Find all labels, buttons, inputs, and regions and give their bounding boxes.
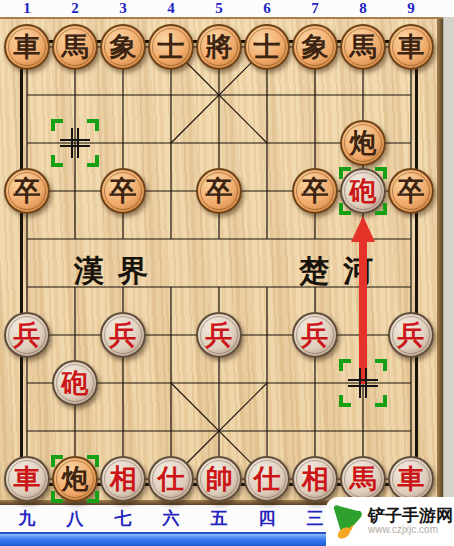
river-label-right: 楚河 <box>299 251 387 292</box>
file-label-bottom-2: 八 <box>67 508 84 530</box>
file-label-top-2: 2 <box>71 0 79 17</box>
file-label-top-9: 9 <box>407 0 415 17</box>
piece-red-soldier[interactable]: 兵 <box>292 312 338 358</box>
piece-red-cannon[interactable]: 砲 <box>52 360 98 406</box>
piece-black-cannon[interactable]: 炮 <box>340 120 386 166</box>
file-label-top-4: 4 <box>167 0 175 17</box>
piece-black-chariot[interactable]: 車 <box>388 24 434 70</box>
top-file-labels-strip: 123456789 <box>0 0 454 17</box>
piece-red-horse[interactable]: 馬 <box>340 456 386 502</box>
file-label-top-3: 3 <box>119 0 127 17</box>
piece-black-soldier[interactable]: 卒 <box>388 168 434 214</box>
piece-red-soldier[interactable]: 兵 <box>100 312 146 358</box>
file-label-top-6: 6 <box>263 0 271 17</box>
file-label-bottom-5: 五 <box>211 508 228 530</box>
watermark-site-url: www.czjxjc.com <box>368 525 453 536</box>
piece-red-general[interactable]: 帥 <box>196 456 242 502</box>
file-label-bottom-6: 四 <box>259 508 276 530</box>
piece-black-soldier[interactable]: 卒 <box>292 168 338 214</box>
right-gutter <box>443 17 454 505</box>
piece-red-chariot[interactable]: 車 <box>4 456 50 502</box>
xiangqi-app-window: 123456789 漢界 楚河 車馬象士將士象馬車炮卒卒卒卒砲卒兵兵兵兵兵砲車炮… <box>0 0 454 546</box>
piece-red-chariot[interactable]: 車 <box>388 456 434 502</box>
file-label-top-5: 5 <box>215 0 223 17</box>
piece-red-advisor[interactable]: 仕 <box>148 456 194 502</box>
piece-black-soldier[interactable]: 卒 <box>100 168 146 214</box>
piece-red-cannon[interactable]: 砲 <box>340 168 386 214</box>
file-label-top-1: 1 <box>23 0 31 17</box>
watermark-site-name: 铲子手游网 <box>368 507 453 525</box>
piece-black-elephant[interactable]: 象 <box>292 24 338 70</box>
piece-black-horse[interactable]: 馬 <box>52 24 98 70</box>
piece-red-soldier[interactable]: 兵 <box>4 312 50 358</box>
piece-black-elephant[interactable]: 象 <box>100 24 146 70</box>
piece-red-advisor[interactable]: 仕 <box>244 456 290 502</box>
file-label-bottom-4: 六 <box>163 508 180 530</box>
piece-black-advisor[interactable]: 士 <box>148 24 194 70</box>
piece-red-elephant[interactable]: 相 <box>292 456 338 502</box>
piece-red-soldier[interactable]: 兵 <box>196 312 242 358</box>
xiangqi-board[interactable]: 漢界 楚河 車馬象士將士象馬車炮卒卒卒卒砲卒兵兵兵兵兵砲車炮相仕帥仕相馬車 <box>0 17 443 505</box>
watermark: 铲子手游网 www.czjxjc.com <box>326 497 454 546</box>
piece-black-chariot[interactable]: 車 <box>4 24 50 70</box>
piece-black-general[interactable]: 將 <box>196 24 242 70</box>
file-label-bottom-3: 七 <box>115 508 132 530</box>
piece-red-elephant[interactable]: 相 <box>100 456 146 502</box>
piece-black-soldier[interactable]: 卒 <box>196 168 242 214</box>
piece-red-soldier[interactable]: 兵 <box>388 312 434 358</box>
file-label-bottom-1: 九 <box>19 508 36 530</box>
piece-black-soldier[interactable]: 卒 <box>4 168 50 214</box>
piece-black-advisor[interactable]: 士 <box>244 24 290 70</box>
file-label-top-8: 8 <box>359 0 367 17</box>
piece-black-cannon[interactable]: 炮 <box>52 456 98 502</box>
shovel-logo-icon <box>332 503 364 541</box>
piece-black-horse[interactable]: 馬 <box>340 24 386 70</box>
river-label-left: 漢界 <box>74 251 162 292</box>
file-label-top-7: 7 <box>311 0 319 17</box>
file-label-bottom-7: 三 <box>307 508 324 530</box>
